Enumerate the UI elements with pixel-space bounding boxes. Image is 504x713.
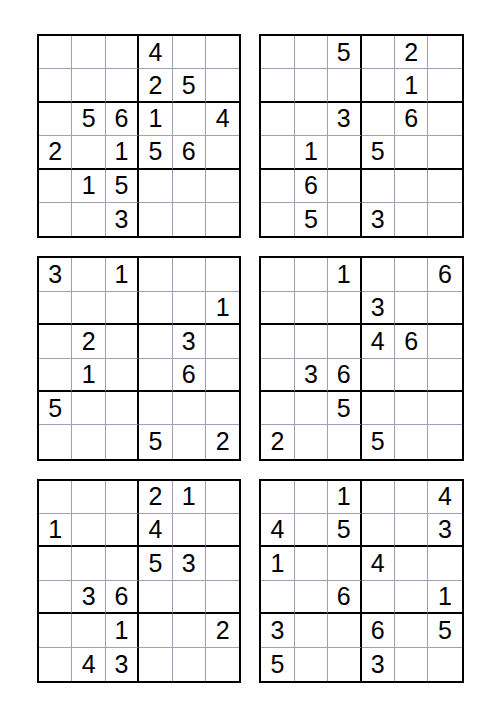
p2-cell-r5c6[interactable] <box>428 170 461 203</box>
p5-cell-r3c4: 5 <box>139 547 172 580</box>
p5-cell-r3c1[interactable] <box>39 547 72 580</box>
p4-cell-r4c1[interactable] <box>261 359 294 392</box>
p4-cell-r3c1[interactable] <box>261 325 294 358</box>
p1-cell-r6c6[interactable] <box>206 203 239 236</box>
p5-cell-r5c4[interactable] <box>139 614 172 647</box>
p5-cell-r2c1: 1 <box>39 514 72 547</box>
p5-cell-r5c5[interactable] <box>173 614 206 647</box>
p2-cell-r6c5[interactable] <box>395 203 428 236</box>
p5-cell-r1c3[interactable] <box>106 481 139 514</box>
p5-cell-r6c3: 3 <box>106 648 139 681</box>
p2-cell-r6c4: 3 <box>362 203 395 236</box>
p5-cell-r6c1[interactable] <box>39 648 72 681</box>
boards-grid: 42556142156153 5213615653 3112316552 163… <box>37 34 464 683</box>
p3-cell-r2c1[interactable] <box>39 292 72 325</box>
p4-cell-r4c3: 6 <box>328 359 361 392</box>
p3-cell-r2c3[interactable] <box>106 292 139 325</box>
p2-cell-r6c3[interactable] <box>328 203 361 236</box>
p4-cell-r1c4[interactable] <box>362 258 395 291</box>
p2-cell-r2c5: 1 <box>395 69 428 102</box>
p2-cell-r4c3[interactable] <box>328 136 361 169</box>
p4-cell-r5c3: 5 <box>328 392 361 425</box>
p6-cell-r5c5[interactable] <box>395 614 428 647</box>
p1-cell-r4c2[interactable] <box>72 136 105 169</box>
p6-cell-r3c4: 4 <box>362 547 395 580</box>
p3-cell-r2c2[interactable] <box>72 292 105 325</box>
sudoku-board-4: 1634636525 <box>259 256 463 460</box>
p5-cell-r1c6[interactable] <box>206 481 239 514</box>
p1-cell-r3c5[interactable] <box>173 103 206 136</box>
p3-cell-r4c5: 6 <box>173 359 206 392</box>
p2-cell-r3c3: 3 <box>328 103 361 136</box>
p5-cell-r6c5[interactable] <box>173 648 206 681</box>
p3-cell-r3c3[interactable] <box>106 325 139 358</box>
p3-cell-r3c1[interactable] <box>39 325 72 358</box>
p6-cell-r1c4[interactable] <box>362 481 395 514</box>
p4-cell-r4c5[interactable] <box>395 359 428 392</box>
p2-cell-r4c5[interactable] <box>395 136 428 169</box>
p1-cell-r4c3: 1 <box>106 136 139 169</box>
p4-cell-r2c4: 3 <box>362 292 395 325</box>
p6-cell-r1c3: 1 <box>328 481 361 514</box>
p3-cell-r4c4[interactable] <box>139 359 172 392</box>
p2-cell-r5c1[interactable] <box>261 170 294 203</box>
p1-cell-r6c5[interactable] <box>173 203 206 236</box>
p3-cell-r5c4[interactable] <box>139 392 172 425</box>
p5-cell-r2c6[interactable] <box>206 514 239 547</box>
p2-cell-r2c4[interactable] <box>362 69 395 102</box>
p5-cell-r1c5: 1 <box>173 481 206 514</box>
p4-cell-r5c1[interactable] <box>261 392 294 425</box>
p4-cell-r1c2[interactable] <box>295 258 328 291</box>
p6-cell-r3c6[interactable] <box>428 547 461 580</box>
p6-cell-r1c6: 4 <box>428 481 461 514</box>
p6-cell-r6c5[interactable] <box>395 648 428 681</box>
p1-cell-r5c1[interactable] <box>39 170 72 203</box>
p4-cell-r2c5[interactable] <box>395 292 428 325</box>
p3-cell-r4c2: 1 <box>72 359 105 392</box>
p3-cell-r5c5[interactable] <box>173 392 206 425</box>
p2-cell-r5c4[interactable] <box>362 170 395 203</box>
p6-cell-r3c5[interactable] <box>395 547 428 580</box>
p1-cell-r3c2: 5 <box>72 103 105 136</box>
p2-cell-r5c3[interactable] <box>328 170 361 203</box>
p5-cell-r2c2[interactable] <box>72 514 105 547</box>
p2-cell-r2c6[interactable] <box>428 69 461 102</box>
sudoku-worksheet: 42556142156153 5213615653 3112316552 163… <box>0 0 504 713</box>
p3-cell-r5c3[interactable] <box>106 392 139 425</box>
p1-cell-r1c2[interactable] <box>72 36 105 69</box>
p3-cell-r6c2[interactable] <box>72 425 105 458</box>
p4-cell-r1c1[interactable] <box>261 258 294 291</box>
p4-cell-r3c2[interactable] <box>295 325 328 358</box>
sudoku-board-3: 3112316552 <box>37 256 241 460</box>
p4-cell-r1c6: 6 <box>428 258 461 291</box>
p6-cell-r2c1: 4 <box>261 514 294 547</box>
p5-cell-r5c6: 2 <box>206 614 239 647</box>
p1-cell-r4c1: 2 <box>39 136 72 169</box>
p2-cell-r3c5: 6 <box>395 103 428 136</box>
p4-cell-r6c1: 2 <box>261 425 294 458</box>
p1-cell-r3c6: 4 <box>206 103 239 136</box>
p6-cell-r2c4[interactable] <box>362 514 395 547</box>
p2-cell-r1c5: 2 <box>395 36 428 69</box>
p3-cell-r6c4: 5 <box>139 425 172 458</box>
p1-cell-r5c6[interactable] <box>206 170 239 203</box>
p6-cell-r3c3[interactable] <box>328 547 361 580</box>
p2-cell-r1c4[interactable] <box>362 36 395 69</box>
p2-cell-r3c4[interactable] <box>362 103 395 136</box>
p6-cell-r6c3[interactable] <box>328 648 361 681</box>
sudoku-board-6: 14453146136553 <box>259 479 463 683</box>
p2-cell-r4c1[interactable] <box>261 136 294 169</box>
p3-cell-r2c4[interactable] <box>139 292 172 325</box>
p3-cell-r3c6[interactable] <box>206 325 239 358</box>
p3-cell-r3c5: 3 <box>173 325 206 358</box>
p5-cell-r6c6[interactable] <box>206 648 239 681</box>
p1-cell-r5c3: 5 <box>106 170 139 203</box>
p4-cell-r4c6[interactable] <box>428 359 461 392</box>
p5-cell-r1c1[interactable] <box>39 481 72 514</box>
p4-cell-r6c6[interactable] <box>428 425 461 458</box>
p3-cell-r5c2[interactable] <box>72 392 105 425</box>
p4-cell-r3c3[interactable] <box>328 325 361 358</box>
p3-cell-r6c1[interactable] <box>39 425 72 458</box>
p1-cell-r5c4[interactable] <box>139 170 172 203</box>
p5-cell-r4c3: 6 <box>106 581 139 614</box>
p2-cell-r6c2: 5 <box>295 203 328 236</box>
p6-cell-r4c3: 6 <box>328 581 361 614</box>
p3-cell-r3c4[interactable] <box>139 325 172 358</box>
p3-cell-r4c1[interactable] <box>39 359 72 392</box>
p1-cell-r2c1[interactable] <box>39 69 72 102</box>
p3-cell-r5c1: 5 <box>39 392 72 425</box>
p5-cell-r4c1[interactable] <box>39 581 72 614</box>
p5-cell-r3c5: 3 <box>173 547 206 580</box>
p3-cell-r1c3: 1 <box>106 258 139 291</box>
p3-cell-r2c6: 1 <box>206 292 239 325</box>
p6-cell-r1c1[interactable] <box>261 481 294 514</box>
p5-cell-r3c3[interactable] <box>106 547 139 580</box>
p1-cell-r1c1[interactable] <box>39 36 72 69</box>
p6-cell-r2c2[interactable] <box>295 514 328 547</box>
p5-cell-r6c4[interactable] <box>139 648 172 681</box>
p3-cell-r1c2[interactable] <box>72 258 105 291</box>
p1-cell-r5c2: 1 <box>72 170 105 203</box>
p6-cell-r5c3[interactable] <box>328 614 361 647</box>
p5-cell-r4c2: 3 <box>72 581 105 614</box>
p5-cell-r5c3: 1 <box>106 614 139 647</box>
p5-cell-r6c2: 4 <box>72 648 105 681</box>
p1-cell-r2c6[interactable] <box>206 69 239 102</box>
p6-cell-r2c6: 3 <box>428 514 461 547</box>
p2-cell-r1c6[interactable] <box>428 36 461 69</box>
p3-cell-r1c6[interactable] <box>206 258 239 291</box>
p1-cell-r6c3: 3 <box>106 203 139 236</box>
p2-cell-r3c6[interactable] <box>428 103 461 136</box>
p3-cell-r2c5[interactable] <box>173 292 206 325</box>
p2-cell-r2c1[interactable] <box>261 69 294 102</box>
p4-cell-r3c6[interactable] <box>428 325 461 358</box>
p6-cell-r2c3: 5 <box>328 514 361 547</box>
p1-cell-r1c3[interactable] <box>106 36 139 69</box>
p6-cell-r4c2[interactable] <box>295 581 328 614</box>
p3-cell-r6c6: 2 <box>206 425 239 458</box>
p1-cell-r6c2[interactable] <box>72 203 105 236</box>
p6-cell-r1c2[interactable] <box>295 481 328 514</box>
p4-cell-r2c1[interactable] <box>261 292 294 325</box>
p5-cell-r5c1[interactable] <box>39 614 72 647</box>
p1-cell-r6c4[interactable] <box>139 203 172 236</box>
p6-cell-r6c2[interactable] <box>295 648 328 681</box>
p1-cell-r2c5: 5 <box>173 69 206 102</box>
p6-cell-r2c5[interactable] <box>395 514 428 547</box>
p4-cell-r1c5[interactable] <box>395 258 428 291</box>
p6-cell-r4c1[interactable] <box>261 581 294 614</box>
p4-cell-r5c2[interactable] <box>295 392 328 425</box>
p5-cell-r4c6[interactable] <box>206 581 239 614</box>
p6-cell-r5c6: 5 <box>428 614 461 647</box>
p1-cell-r2c4: 2 <box>139 69 172 102</box>
p3-cell-r6c5[interactable] <box>173 425 206 458</box>
p2-cell-r1c3: 5 <box>328 36 361 69</box>
p3-cell-r6c3[interactable] <box>106 425 139 458</box>
p5-cell-r2c4: 4 <box>139 514 172 547</box>
p5-cell-r4c5[interactable] <box>173 581 206 614</box>
p1-cell-r1c5[interactable] <box>173 36 206 69</box>
p2-cell-r3c2[interactable] <box>295 103 328 136</box>
p6-cell-r3c2[interactable] <box>295 547 328 580</box>
p6-cell-r4c4[interactable] <box>362 581 395 614</box>
p4-cell-r2c2[interactable] <box>295 292 328 325</box>
p2-cell-r4c2: 1 <box>295 136 328 169</box>
p2-cell-r3c1[interactable] <box>261 103 294 136</box>
p4-cell-r2c6[interactable] <box>428 292 461 325</box>
sudoku-board-5: 211453361243 <box>37 479 241 683</box>
p5-cell-r5c2[interactable] <box>72 614 105 647</box>
p3-cell-r1c5[interactable] <box>173 258 206 291</box>
p2-cell-r2c3[interactable] <box>328 69 361 102</box>
p1-cell-r1c4: 4 <box>139 36 172 69</box>
p4-cell-r4c2: 3 <box>295 359 328 392</box>
p2-cell-r4c6[interactable] <box>428 136 461 169</box>
p1-cell-r2c3[interactable] <box>106 69 139 102</box>
p5-cell-r3c2[interactable] <box>72 547 105 580</box>
p5-cell-r1c2[interactable] <box>72 481 105 514</box>
p6-cell-r3c1: 1 <box>261 547 294 580</box>
p6-cell-r1c5[interactable] <box>395 481 428 514</box>
p2-cell-r4c4: 5 <box>362 136 395 169</box>
p2-cell-r1c2[interactable] <box>295 36 328 69</box>
p1-cell-r3c3: 6 <box>106 103 139 136</box>
p4-cell-r6c3[interactable] <box>328 425 361 458</box>
p1-cell-r4c5: 6 <box>173 136 206 169</box>
p6-cell-r4c5[interactable] <box>395 581 428 614</box>
p1-cell-r1c6[interactable] <box>206 36 239 69</box>
p6-cell-r6c6[interactable] <box>428 648 461 681</box>
p1-cell-r2c2[interactable] <box>72 69 105 102</box>
p5-cell-r2c5[interactable] <box>173 514 206 547</box>
p3-cell-r1c4[interactable] <box>139 258 172 291</box>
p2-cell-r6c6[interactable] <box>428 203 461 236</box>
p2-cell-r2c2[interactable] <box>295 69 328 102</box>
p2-cell-r5c5[interactable] <box>395 170 428 203</box>
p4-cell-r6c5[interactable] <box>395 425 428 458</box>
sudoku-board-2: 5213615653 <box>259 34 463 238</box>
p3-cell-r4c6[interactable] <box>206 359 239 392</box>
sudoku-board-1: 42556142156153 <box>37 34 241 238</box>
p5-cell-r3c6[interactable] <box>206 547 239 580</box>
p6-cell-r5c4: 6 <box>362 614 395 647</box>
p1-cell-r3c4: 1 <box>139 103 172 136</box>
p2-cell-r5c2: 6 <box>295 170 328 203</box>
p4-cell-r1c3: 1 <box>328 258 361 291</box>
p3-cell-r1c1: 3 <box>39 258 72 291</box>
p1-cell-r3c1[interactable] <box>39 103 72 136</box>
p4-cell-r5c6[interactable] <box>428 392 461 425</box>
p1-cell-r6c1[interactable] <box>39 203 72 236</box>
p4-cell-r5c4[interactable] <box>362 392 395 425</box>
p2-cell-r1c1[interactable] <box>261 36 294 69</box>
p4-cell-r2c3[interactable] <box>328 292 361 325</box>
p5-cell-r4c4[interactable] <box>139 581 172 614</box>
p4-cell-r3c5: 6 <box>395 325 428 358</box>
p3-cell-r4c3[interactable] <box>106 359 139 392</box>
p3-cell-r5c6[interactable] <box>206 392 239 425</box>
p5-cell-r2c3[interactable] <box>106 514 139 547</box>
p6-cell-r5c2[interactable] <box>295 614 328 647</box>
p2-cell-r6c1[interactable] <box>261 203 294 236</box>
p6-cell-r6c4: 3 <box>362 648 395 681</box>
p4-cell-r6c2[interactable] <box>295 425 328 458</box>
p4-cell-r6c4: 5 <box>362 425 395 458</box>
p6-cell-r4c6: 1 <box>428 581 461 614</box>
p4-cell-r3c4: 4 <box>362 325 395 358</box>
p4-cell-r5c5[interactable] <box>395 392 428 425</box>
p4-cell-r4c4[interactable] <box>362 359 395 392</box>
p3-cell-r3c2: 2 <box>72 325 105 358</box>
p6-cell-r6c1: 5 <box>261 648 294 681</box>
p1-cell-r4c6[interactable] <box>206 136 239 169</box>
p6-cell-r5c1: 3 <box>261 614 294 647</box>
p1-cell-r5c5[interactable] <box>173 170 206 203</box>
p1-cell-r4c4: 5 <box>139 136 172 169</box>
p5-cell-r1c4: 2 <box>139 481 172 514</box>
